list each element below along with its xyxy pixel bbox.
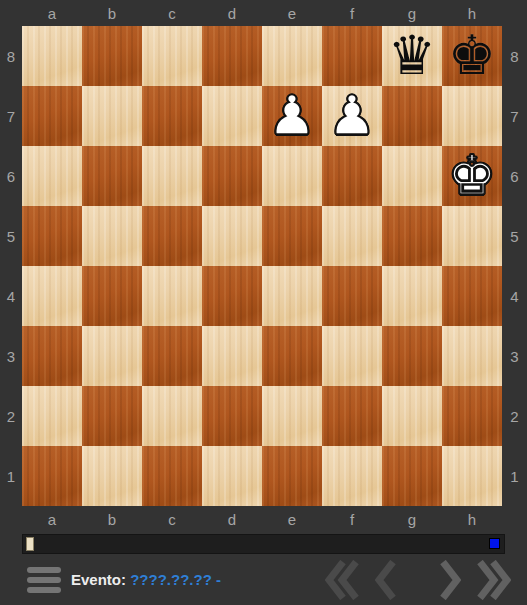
square-d5[interactable] [202, 206, 262, 266]
square-h5[interactable] [442, 206, 502, 266]
square-b4[interactable] [82, 266, 142, 326]
rank-label-left-3: 3 [0, 326, 22, 386]
square-a7[interactable] [22, 86, 82, 146]
menu-bar [27, 567, 61, 573]
file-label-bottom-g: g [382, 506, 442, 532]
square-f8[interactable] [322, 26, 382, 86]
square-f2[interactable] [322, 386, 382, 446]
square-g8[interactable]: ♛ [382, 26, 442, 86]
rank-label-right-1: 1 [502, 446, 527, 506]
square-h7[interactable] [442, 86, 502, 146]
square-g3[interactable] [382, 326, 442, 386]
piece-white-pawn[interactable]: ♟ [268, 86, 316, 146]
menu-bar [27, 577, 61, 583]
square-c1[interactable] [142, 446, 202, 506]
square-f6[interactable] [322, 146, 382, 206]
square-b6[interactable] [82, 146, 142, 206]
square-h3[interactable] [442, 326, 502, 386]
seek-end-marker [489, 538, 500, 549]
chevron-left-icon [375, 560, 397, 600]
rank-label-right-7: 7 [502, 86, 527, 146]
square-d6[interactable] [202, 146, 262, 206]
piece-black-queen[interactable]: ♛ [388, 26, 436, 86]
double-chevron-left-icon [325, 560, 359, 600]
square-f5[interactable] [322, 206, 382, 266]
square-c5[interactable] [142, 206, 202, 266]
rank-label-left-7: 7 [0, 86, 22, 146]
square-c7[interactable] [142, 86, 202, 146]
square-e3[interactable] [262, 326, 322, 386]
file-label-bottom-f: f [322, 506, 382, 532]
rank-label-left-5: 5 [0, 206, 22, 266]
square-g1[interactable] [382, 446, 442, 506]
file-label-top-g: g [382, 0, 442, 26]
square-f7[interactable]: ♟ [322, 86, 382, 146]
rank-label-right-5: 5 [502, 206, 527, 266]
file-label-bottom-c: c [142, 506, 202, 532]
square-f3[interactable] [322, 326, 382, 386]
board-corner [0, 506, 22, 532]
bottom-toolbar: Evento: ????.??.?? - [0, 554, 527, 605]
square-e5[interactable] [262, 206, 322, 266]
square-b8[interactable] [82, 26, 142, 86]
last-move-button[interactable] [477, 560, 511, 600]
square-f4[interactable] [322, 266, 382, 326]
file-label-top-f: f [322, 0, 382, 26]
event-label: Evento: [71, 571, 126, 588]
menu-bar [27, 587, 61, 593]
file-label-bottom-b: b [82, 506, 142, 532]
square-c6[interactable] [142, 146, 202, 206]
file-label-top-d: d [202, 0, 262, 26]
square-d4[interactable] [202, 266, 262, 326]
square-e6[interactable] [262, 146, 322, 206]
file-label-top-e: e [262, 0, 322, 26]
square-a5[interactable] [22, 206, 82, 266]
square-a3[interactable] [22, 326, 82, 386]
rank-label-right-6: 6 [502, 146, 527, 206]
chess-viewer: abcdefgh8♛♚87♟♟76♚65544332211abcdefgh Ev… [0, 0, 527, 605]
file-label-bottom-e: e [262, 506, 322, 532]
square-e1[interactable] [262, 446, 322, 506]
square-a1[interactable] [22, 446, 82, 506]
square-a2[interactable] [22, 386, 82, 446]
file-label-bottom-d: d [202, 506, 262, 532]
rank-label-left-4: 4 [0, 266, 22, 326]
rank-label-right-8: 8 [502, 26, 527, 86]
move-navigation [325, 560, 511, 600]
square-h2[interactable] [442, 386, 502, 446]
square-b1[interactable] [82, 446, 142, 506]
event-info: Evento: ????.??.?? - [71, 571, 221, 588]
previous-move-button[interactable] [375, 560, 397, 600]
first-move-button[interactable] [325, 560, 359, 600]
square-c3[interactable] [142, 326, 202, 386]
move-seekbar[interactable] [22, 534, 505, 554]
square-b3[interactable] [82, 326, 142, 386]
square-h6[interactable]: ♚ [442, 146, 502, 206]
double-chevron-right-icon [477, 560, 511, 600]
square-c4[interactable] [142, 266, 202, 326]
rank-label-left-8: 8 [0, 26, 22, 86]
square-d8[interactable] [202, 26, 262, 86]
rank-label-right-2: 2 [502, 386, 527, 446]
square-b7[interactable] [82, 86, 142, 146]
square-g2[interactable] [382, 386, 442, 446]
square-g4[interactable] [382, 266, 442, 326]
square-e2[interactable] [262, 386, 322, 446]
file-label-bottom-h: h [442, 506, 502, 532]
board-corner [502, 506, 527, 532]
seek-handle[interactable] [26, 537, 34, 551]
file-label-top-b: b [82, 0, 142, 26]
square-g6[interactable] [382, 146, 442, 206]
square-g7[interactable] [382, 86, 442, 146]
square-b2[interactable] [82, 386, 142, 446]
file-label-top-a: a [22, 0, 82, 26]
square-c2[interactable] [142, 386, 202, 446]
file-label-bottom-a: a [22, 506, 82, 532]
rank-label-left-6: 6 [0, 146, 22, 206]
chevron-right-icon [439, 560, 461, 600]
square-c8[interactable] [142, 26, 202, 86]
square-e7[interactable]: ♟ [262, 86, 322, 146]
piece-black-king[interactable]: ♚ [448, 26, 496, 86]
next-move-button[interactable] [439, 560, 461, 600]
square-h4[interactable] [442, 266, 502, 326]
rank-label-left-2: 2 [0, 386, 22, 446]
event-link[interactable]: ????.??.?? - [130, 571, 221, 588]
rank-label-right-4: 4 [502, 266, 527, 326]
square-d2[interactable] [202, 386, 262, 446]
square-a4[interactable] [22, 266, 82, 326]
board-corner [502, 0, 527, 26]
piece-white-pawn[interactable]: ♟ [328, 86, 376, 146]
board-corner [0, 0, 22, 26]
rank-label-left-1: 1 [0, 446, 22, 506]
chess-board[interactable]: abcdefgh8♛♚87♟♟76♚65544332211abcdefgh [0, 0, 527, 532]
square-g5[interactable] [382, 206, 442, 266]
piece-white-king[interactable]: ♚ [448, 146, 496, 206]
square-d7[interactable] [202, 86, 262, 146]
square-f1[interactable] [322, 446, 382, 506]
square-h1[interactable] [442, 446, 502, 506]
menu-icon[interactable] [27, 567, 61, 593]
square-e8[interactable] [262, 26, 322, 86]
square-d3[interactable] [202, 326, 262, 386]
file-label-top-h: h [442, 0, 502, 26]
square-b5[interactable] [82, 206, 142, 266]
square-a8[interactable] [22, 26, 82, 86]
file-label-top-c: c [142, 0, 202, 26]
square-a6[interactable] [22, 146, 82, 206]
square-h8[interactable]: ♚ [442, 26, 502, 86]
square-e4[interactable] [262, 266, 322, 326]
rank-label-right-3: 3 [502, 326, 527, 386]
square-d1[interactable] [202, 446, 262, 506]
